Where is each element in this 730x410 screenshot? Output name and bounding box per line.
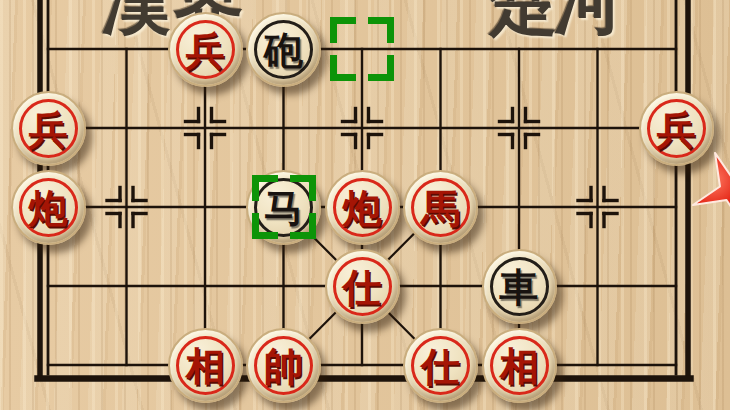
piece-black-chariot-g2[interactable]: 車: [482, 249, 557, 324]
piece-red-elephant-g1[interactable]: 相: [482, 328, 557, 403]
piece-red-horse-f3[interactable]: 馬: [403, 170, 478, 245]
piece-red-cannon-e3[interactable]: 炮: [325, 170, 400, 245]
piece-red-cannon-a3[interactable]: 炮: [11, 170, 86, 245]
piece-character: 炮: [343, 189, 382, 228]
piece-red-elephant-c1[interactable]: 相: [168, 328, 243, 403]
piece-black-cannon-d5[interactable]: 砲: [246, 12, 321, 87]
piece-red-advisor-e2[interactable]: 仕: [325, 249, 400, 324]
piece-character: 仕: [343, 268, 382, 307]
piece-character: 車: [500, 268, 539, 307]
piece-character: 相: [186, 347, 225, 386]
piece-character: 马: [264, 189, 303, 228]
piece-character: 帥: [264, 347, 303, 386]
piece-red-soldier-i4[interactable]: 兵: [639, 91, 714, 166]
board-intersections[interactable]: 兵砲兵兵炮马炮馬仕車相帥仕相: [9, 10, 716, 405]
xiangqi-board: 漢 界 楚 河 兵砲兵兵炮马炮馬仕車相帥仕相: [0, 0, 730, 410]
piece-character: 兵: [29, 110, 68, 149]
piece-character: 相: [500, 347, 539, 386]
piece-red-advisor-f1[interactable]: 仕: [403, 328, 478, 403]
last-move-from-marker: [330, 17, 394, 81]
piece-character: 仕: [421, 347, 460, 386]
piece-red-general-d1[interactable]: 帥: [246, 328, 321, 403]
piece-character: 砲: [264, 31, 303, 70]
piece-character: 兵: [186, 31, 225, 70]
piece-character: 兵: [657, 110, 696, 149]
piece-character: 馬: [421, 189, 460, 228]
piece-black-horse-d3[interactable]: 马: [246, 170, 321, 245]
piece-red-soldier-a4[interactable]: 兵: [11, 91, 86, 166]
piece-character: 炮: [29, 189, 68, 228]
piece-red-soldier-c5[interactable]: 兵: [168, 12, 243, 87]
